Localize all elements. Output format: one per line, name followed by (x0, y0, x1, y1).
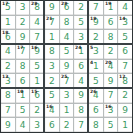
cell-r5c2[interactable]: 8 (16, 60, 30, 74)
cell-r5c4[interactable]: 3 (45, 60, 59, 74)
cell-digit: 7 (5, 106, 11, 115)
cell-r1c4[interactable]: 9 (45, 1, 59, 15)
cell-r4c9[interactable]: 6 (118, 45, 132, 59)
cell-digit: 6 (20, 77, 26, 86)
cell-r9c3[interactable]: 3 (30, 118, 44, 132)
cage-sum: 16 (46, 104, 52, 109)
box-divider-vertical-2 (87, 0, 89, 133)
cell-digit: 9 (49, 3, 55, 12)
cell-r6c8[interactable]: 9 (104, 74, 118, 88)
cell-r9c4[interactable]: 6 (45, 118, 59, 132)
cell-digit: 3 (34, 121, 40, 130)
cage-sum: 12 (119, 74, 125, 79)
cell-r3c5[interactable]: 4 (60, 30, 74, 44)
cell-r4c8[interactable]: 2 (104, 45, 118, 59)
cage-sum: 5 (90, 45, 93, 50)
cage-sum: 17 (17, 45, 23, 50)
cell-digit: 9 (122, 106, 128, 115)
cell-r7c3[interactable]: 156 (30, 89, 44, 103)
cell-digit: 2 (64, 121, 70, 130)
cell-digit: 4 (78, 77, 84, 86)
box-divider-vertical-1 (43, 0, 45, 133)
cell-digit: 5 (122, 33, 128, 42)
cell-r3c2[interactable]: 9 (16, 30, 30, 44)
cell-digit: 1 (5, 18, 11, 27)
cell-r5c5[interactable]: 9 (60, 60, 74, 74)
cell-r9c9[interactable]: 1 (118, 118, 132, 132)
cell-digit: 2 (93, 33, 99, 42)
cell-r9c5[interactable]: 2 (60, 118, 74, 132)
cell-r4c3[interactable]: 169 (30, 45, 44, 59)
cell-r2c9[interactable]: 143 (118, 16, 132, 30)
cell-digit: 5 (64, 47, 70, 56)
cell-r3c1[interactable]: 186 (1, 30, 15, 44)
cell-r9c7[interactable]: 8 (89, 118, 103, 132)
cell-digit: 5 (78, 18, 84, 27)
cell-digit: 5 (34, 62, 40, 71)
cell-r3c9[interactable]: 5 (118, 30, 132, 44)
box-divider-horizontal-1 (0, 43, 133, 45)
cell-r7c1[interactable]: 8 (1, 89, 15, 103)
cell-digit: 7 (122, 62, 128, 71)
cell-r5c1[interactable]: 2 (1, 60, 15, 74)
cell-r5c7[interactable]: 41 (89, 60, 103, 74)
cell-r6c1[interactable]: 133 (1, 74, 15, 88)
cell-r3c6[interactable]: 3 (74, 30, 88, 44)
cell-r7c5[interactable]: 3 (60, 89, 74, 103)
box-divider-horizontal-2 (0, 87, 133, 89)
cell-digit: 1 (93, 62, 99, 71)
cell-r3c8[interactable]: 8 (104, 30, 118, 44)
cell-r1c9[interactable]: 4 (118, 1, 132, 15)
cell-r9c8[interactable]: 5 (104, 118, 118, 132)
cage-sum: 10 (17, 89, 23, 94)
cage-sum: 25 (61, 74, 67, 79)
cell-digit: 4 (122, 3, 128, 12)
cell-digit: 2 (78, 3, 84, 12)
cell-r8c2[interactable]: 5 (16, 104, 30, 118)
cell-r2c1[interactable]: 1 (1, 16, 15, 30)
cell-digit: 4 (5, 47, 11, 56)
cell-r7c4[interactable]: 5 (45, 89, 59, 103)
cell-r4c4[interactable]: 8 (45, 45, 59, 59)
cage-sum: 15 (31, 89, 37, 94)
cage-sum: 19 (105, 1, 111, 6)
cell-r1c5[interactable]: 286 (60, 1, 74, 15)
sudoku-board: 1753288928627191412421785189614318697143… (0, 0, 133, 133)
cell-digit: 6 (49, 121, 55, 130)
cell-r8c4[interactable]: 164 (45, 104, 59, 118)
cell-r1c1[interactable]: 175 (1, 1, 15, 15)
cage-sum: 16 (105, 104, 111, 109)
cell-r7c2[interactable]: 101 (16, 89, 30, 103)
cell-r9c1[interactable]: 9 (1, 118, 15, 132)
cell-digit: 5 (108, 121, 114, 130)
cell-digit: 2 (49, 77, 55, 86)
cell-r7c7[interactable]: 264 (89, 89, 103, 103)
cell-r8c1[interactable]: 7 (1, 104, 15, 118)
cell-r7c6[interactable]: 9 (74, 89, 88, 103)
cell-digit: 9 (78, 91, 84, 100)
cell-digit: 3 (78, 33, 84, 42)
cell-digit: 6 (78, 62, 84, 71)
killer-sudoku-app: 1753288928627191412421785189614318697143… (0, 0, 133, 133)
cell-r2c5[interactable]: 8 (60, 16, 74, 30)
cell-digit: 2 (122, 91, 128, 100)
cell-r1c6[interactable]: 2 (74, 1, 88, 15)
cage-sum: 4 (90, 60, 93, 65)
cell-digit: 5 (20, 106, 26, 115)
cage-sum: 18 (2, 30, 8, 35)
cell-r8c8[interactable]: 163 (104, 104, 118, 118)
cell-digit: 1 (49, 33, 55, 42)
cell-digit: 9 (20, 33, 26, 42)
cage-sum: 18 (90, 16, 96, 21)
cell-digit: 8 (20, 62, 26, 71)
cell-r6c4[interactable]: 2 (45, 74, 59, 88)
cell-r6c3[interactable]: 1 (30, 74, 44, 88)
cage-sum: 26 (90, 89, 96, 94)
cage-sum: 21 (46, 16, 52, 21)
cell-r1c8[interactable]: 191 (104, 1, 118, 15)
cell-digit: 7 (108, 91, 114, 100)
cell-digit: 8 (108, 33, 114, 42)
cell-r3c3[interactable]: 7 (30, 30, 44, 44)
cell-r6c2[interactable]: 6 (16, 74, 30, 88)
cell-digit: 9 (5, 121, 11, 130)
cell-digit: 7 (93, 3, 99, 12)
cell-r3c4[interactable]: 1 (45, 30, 59, 44)
cell-r9c6[interactable]: 7 (74, 118, 88, 132)
cell-r9c2[interactable]: 4 (16, 118, 30, 132)
cell-r1c7[interactable]: 7 (89, 1, 103, 15)
cell-digit: 4 (20, 121, 26, 130)
cell-digit: 9 (108, 77, 114, 86)
cell-digit: 1 (122, 121, 128, 130)
cell-digit: 1 (64, 106, 70, 115)
cell-digit: 6 (122, 47, 128, 56)
cell-r1c3[interactable]: 288 (30, 1, 44, 15)
cell-digit: 8 (93, 121, 99, 130)
cage-sum: 20 (105, 60, 111, 65)
cell-r4c2[interactable]: 177 (16, 45, 30, 59)
cell-r7c9[interactable]: 2 (118, 89, 132, 103)
cell-digit: 9 (64, 62, 70, 71)
cage-sum: 28 (31, 1, 37, 6)
cell-digit: 6 (108, 18, 114, 27)
cell-digit: 2 (108, 47, 114, 56)
cell-digit: 5 (93, 77, 99, 86)
cell-r4c5[interactable]: 5 (60, 45, 74, 59)
cell-digit: 4 (34, 18, 40, 27)
cell-r7c8[interactable]: 7 (104, 89, 118, 103)
cell-digit: 3 (49, 62, 55, 71)
cell-r4c6[interactable]: 241 (74, 45, 88, 59)
cell-r8c7[interactable]: 6 (89, 104, 103, 118)
cell-digit: 2 (34, 106, 40, 115)
cage-sum: 17 (2, 1, 8, 6)
cell-r2c6[interactable]: 5 (74, 16, 88, 30)
cell-r8c5[interactable]: 1 (60, 104, 74, 118)
cell-digit: 4 (64, 33, 70, 42)
cell-digit: 6 (93, 106, 99, 115)
cell-r5c8[interactable]: 204 (104, 60, 118, 74)
cell-r8c6[interactable]: 8 (74, 104, 88, 118)
cell-digit: 8 (49, 47, 55, 56)
cage-sum: 24 (75, 45, 81, 50)
cell-digit: 1 (34, 77, 40, 86)
cell-r2c8[interactable]: 6 (104, 16, 118, 30)
cage-sum: 14 (119, 16, 125, 21)
cell-r3c7[interactable]: 2 (89, 30, 103, 44)
cage-sum: 16 (31, 45, 37, 50)
cell-r5c9[interactable]: 7 (118, 60, 132, 74)
cell-r6c6[interactable]: 4 (74, 74, 88, 88)
cell-r6c7[interactable]: 5 (89, 74, 103, 88)
cell-digit: 2 (5, 62, 11, 71)
cell-r4c1[interactable]: 4 (1, 45, 15, 59)
cell-digit: 7 (78, 121, 84, 130)
cell-r6c9[interactable]: 128 (118, 74, 132, 88)
cell-digit: 5 (49, 91, 55, 100)
cell-r2c2[interactable]: 2 (16, 16, 30, 30)
cell-digit: 3 (64, 91, 70, 100)
cell-r8c9[interactable]: 9 (118, 104, 132, 118)
cell-r4c7[interactable]: 53 (89, 45, 103, 59)
cell-r5c6[interactable]: 6 (74, 60, 88, 74)
cell-r5c3[interactable]: 5 (30, 60, 44, 74)
cage-sum: 28 (61, 1, 67, 6)
cell-digit: 2 (20, 18, 26, 27)
cell-r6c5[interactable]: 257 (60, 74, 74, 88)
cell-digit: 3 (20, 3, 26, 12)
cell-r1c2[interactable]: 3 (16, 1, 30, 15)
cell-digit: 3 (93, 47, 99, 56)
cell-r2c3[interactable]: 4 (30, 16, 44, 30)
cell-r8c3[interactable]: 2 (30, 104, 44, 118)
cell-digit: 7 (34, 33, 40, 42)
cage-sum: 13 (2, 74, 8, 79)
cell-digit: 8 (64, 18, 70, 27)
cell-digit: 8 (5, 91, 11, 100)
cell-r2c4[interactable]: 217 (45, 16, 59, 30)
cell-r2c7[interactable]: 189 (89, 16, 103, 30)
cell-digit: 8 (78, 106, 84, 115)
